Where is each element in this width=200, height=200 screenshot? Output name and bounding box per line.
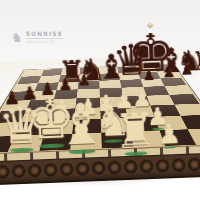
chess-piece-light: ♛ — [0, 100, 44, 152]
pieces-layer: ✚♜♞♝♟♚♟♛♝♟♞♜♟♟♟♟♟♟♟♟♟♟♟♞♚♛♟♝♜ — [0, 0, 200, 200]
chess-piece-light: ♜ — [113, 106, 158, 156]
chess-set-product-photo: ♞ SUNRISE HANDICRAFTS ✚♜♞♝♟♚♟♛♝♟♞♜♟♟♟♟♟♟… — [0, 0, 200, 200]
chess-piece-dark: ♟ — [162, 65, 175, 79]
chess-piece-dark: ♟ — [180, 62, 193, 76]
chess-piece-dark: ♟ — [77, 73, 91, 89]
chess-piece-light: ♝ — [55, 96, 107, 154]
chess-piece-light: ♟ — [157, 121, 181, 148]
chess-scene: ✚♜♞♝♟♚♟♛♝♟♞♜♟♟♟♟♟♟♟♟♟♟♟♞♚♛♟♝♜ — [0, 0, 200, 200]
chess-piece-dark: ♟ — [143, 68, 156, 82]
